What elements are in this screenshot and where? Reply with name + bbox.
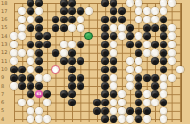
black-stone[interactable]: ● — [68, 82, 76, 90]
black-stone[interactable]: ● — [60, 16, 68, 24]
stone-glyph: ● — [11, 33, 16, 40]
stone-glyph: ● — [36, 116, 41, 123]
stone-glyph: ● — [78, 82, 83, 89]
white-stone[interactable]: ● — [143, 7, 151, 15]
white-stone[interactable]: ● — [60, 49, 68, 57]
stone-glyph: ● — [78, 58, 83, 65]
stone-glyph: ● — [36, 24, 41, 31]
white-stone[interactable]: ● — [126, 74, 134, 82]
stone-glyph: ● — [136, 8, 141, 15]
stone-glyph: ● — [152, 24, 157, 31]
stone-glyph: ● — [128, 74, 133, 81]
stone-glyph: ● — [20, 49, 25, 56]
black-stone[interactable]: ● — [60, 57, 68, 65]
stone-glyph: ● — [136, 49, 141, 56]
stone-glyph: ● — [161, 66, 166, 73]
stone-glyph: ● — [136, 91, 141, 98]
black-stone[interactable]: ● — [60, 0, 68, 7]
stone-glyph: ● — [11, 58, 16, 65]
stone-glyph: ● — [161, 41, 166, 48]
stone-glyph: ● — [161, 33, 166, 40]
black-stone[interactable]: ● — [60, 90, 68, 98]
stone-glyph: ● — [161, 49, 166, 56]
stone-glyph: ● — [78, 74, 83, 81]
stone-glyph: ● — [69, 58, 74, 65]
white-stone[interactable]: ● — [168, 24, 176, 32]
stone-glyph: ● — [28, 58, 33, 65]
stone-glyph: ● — [53, 49, 58, 56]
white-stone[interactable]: ● — [118, 24, 126, 32]
stone-glyph: ● — [36, 58, 41, 65]
stone-glyph: ● — [20, 24, 25, 31]
stone-glyph: ● — [20, 8, 25, 15]
stone-glyph: ● — [11, 74, 16, 81]
white-stone[interactable]: ● — [35, 107, 43, 115]
stone-glyph: ● — [11, 49, 16, 56]
stone-glyph: ● — [36, 8, 41, 15]
stone-glyph: ● — [11, 41, 16, 48]
white-stone[interactable]: ● — [143, 16, 151, 24]
black-stone[interactable]: ● — [35, 24, 43, 32]
stone-glyph: ● — [144, 91, 149, 98]
white-stone[interactable]: ● — [77, 24, 85, 32]
stone-glyph: ● — [94, 107, 99, 114]
white-stone[interactable]: ● — [18, 49, 26, 57]
stone-glyph: ● — [144, 41, 149, 48]
stone-glyph: ● — [152, 58, 157, 65]
stone-glyph: ● — [136, 16, 141, 23]
stone-glyph: ● — [144, 24, 149, 31]
stone-glyph: ● — [119, 91, 124, 98]
stone-glyph: ● — [36, 41, 41, 48]
black-stone[interactable]: ● — [77, 82, 85, 90]
black-stone[interactable]: ● — [101, 24, 109, 32]
stone-glyph: ● — [11, 82, 16, 89]
stone-glyph: ● — [103, 0, 108, 7]
stone-glyph: ● — [111, 116, 116, 123]
go-board[interactable]: 181716151413121110987654 ●●●●●●●●●●●●●●●… — [0, 0, 190, 124]
stone-glyph: ● — [36, 107, 41, 114]
stone-glyph: ● — [161, 24, 166, 31]
stone-glyph: ● — [152, 74, 157, 81]
stone-glyph: ● — [20, 33, 25, 40]
stone-glyph: ● — [28, 107, 33, 114]
black-stone[interactable]: ● — [151, 24, 159, 32]
stone-glyph: ● — [144, 16, 149, 23]
stone-glyph: ● — [161, 116, 166, 123]
white-stone[interactable]: ● — [143, 115, 151, 123]
stone-glyph: ● — [111, 66, 116, 73]
stone-glyph: ● — [103, 49, 108, 56]
black-stone[interactable]: ● — [151, 57, 159, 65]
black-stone[interactable]: ● — [118, 7, 126, 15]
black-stone[interactable]: ● — [93, 107, 101, 115]
row-label: 16 — [1, 17, 11, 22]
stone-glyph: ● — [69, 8, 74, 15]
white-stone[interactable]: ● — [118, 115, 126, 123]
stone-glyph: ● — [53, 66, 58, 73]
stone-glyph: ● — [94, 99, 99, 106]
stone-glyph: ● — [28, 41, 33, 48]
stone-glyph: ● — [103, 24, 108, 31]
black-stone[interactable]: ● — [18, 74, 26, 82]
stone-glyph: ● — [20, 16, 25, 23]
stone-glyph: ● — [169, 24, 174, 31]
stone-glyph: ● — [45, 41, 50, 48]
stone-glyph: ● — [144, 107, 149, 114]
white-stone[interactable]: ● — [143, 90, 151, 98]
stone-glyph: ● — [144, 33, 149, 40]
stone-glyph: ● — [111, 91, 116, 98]
black-stone[interactable]: ● — [10, 66, 18, 74]
black-stone[interactable]: ● — [135, 107, 143, 115]
white-stone[interactable]: ● — [168, 57, 176, 65]
stone-glyph: ● — [69, 66, 74, 73]
stone-glyph: ● — [36, 82, 41, 89]
black-stone[interactable]: ● — [35, 66, 43, 74]
stone-glyph: ● — [144, 99, 149, 106]
stone-glyph: ● — [86, 33, 91, 40]
stone-glyph: ● — [11, 66, 16, 73]
white-stone[interactable]: ● — [176, 66, 184, 74]
stone-glyph: ● — [20, 66, 25, 73]
black-stone[interactable]: ● — [35, 82, 43, 90]
stone-glyph: ● — [103, 99, 108, 106]
stone-glyph: ● — [69, 82, 74, 89]
move-number-label: 63 — [36, 92, 41, 96]
stone-glyph: ● — [28, 74, 33, 81]
stone-glyph: ● — [161, 58, 166, 65]
stone-glyph: ● — [161, 82, 166, 89]
white-stone[interactable]: ● — [126, 82, 134, 90]
stone-glyph: ● — [69, 41, 74, 48]
black-stone[interactable]: ● — [151, 74, 159, 82]
stone-glyph: ● — [128, 0, 133, 7]
stone-glyph: ● — [128, 82, 133, 89]
white-stone[interactable]: ● — [143, 41, 151, 49]
stone-glyph: ● — [111, 41, 116, 48]
stone-glyph: ● — [103, 41, 108, 48]
stone-glyph: ● — [128, 33, 133, 40]
row-label: 5 — [1, 108, 11, 113]
white-stone[interactable]: ● — [151, 49, 159, 57]
black-stone[interactable]: ● — [52, 24, 60, 32]
white-stone[interactable]: ● — [10, 49, 18, 57]
white-stone[interactable]: ● — [143, 49, 151, 57]
stone-glyph: ● — [28, 0, 33, 7]
stone-glyph: ● — [28, 8, 33, 15]
stone-glyph: ● — [128, 58, 133, 65]
stone-glyph: ● — [103, 33, 108, 40]
stone-glyph: ● — [28, 91, 33, 98]
white-stone[interactable]: ● — [118, 107, 126, 115]
white-stone[interactable]: ● — [168, 49, 176, 57]
stone-glyph: ● — [20, 82, 25, 89]
stone-glyph: ● — [53, 16, 58, 23]
stone-glyph: ● — [103, 66, 108, 73]
stone-glyph: ● — [28, 82, 33, 89]
stone-glyph: ● — [111, 58, 116, 65]
row-label: 15 — [1, 25, 11, 30]
white-stone[interactable]: ● — [60, 41, 68, 49]
stone-glyph: ● — [169, 33, 174, 40]
black-stone[interactable]: ● — [143, 24, 151, 32]
stone-glyph: ● — [28, 24, 33, 31]
white-stone[interactable]: ● — [160, 107, 168, 115]
stone-glyph: ● — [78, 41, 83, 48]
stone-glyph: ● — [119, 107, 124, 114]
stone-glyph: ● — [161, 16, 166, 23]
stone-glyph: ● — [78, 8, 83, 15]
stone-glyph: ● — [45, 91, 50, 98]
stone-glyph: ● — [136, 99, 141, 106]
stone-glyph: ● — [45, 33, 50, 40]
stone-glyph: ● — [61, 49, 66, 56]
black-stone[interactable]: ● — [126, 107, 134, 115]
black-stone[interactable]: ● — [35, 57, 43, 65]
stone-glyph: ● — [169, 49, 174, 56]
stone-glyph: ● — [69, 0, 74, 7]
stone-glyph: ● — [45, 74, 50, 81]
black-stone[interactable]: ● — [77, 74, 85, 82]
stone-glyph: ● — [36, 0, 41, 7]
stone-glyph: ● — [111, 107, 116, 114]
stone-glyph: ● — [111, 33, 116, 40]
stone-glyph: ● — [103, 16, 108, 23]
stone-glyph: ● — [136, 0, 141, 7]
white-stone[interactable]: ● — [168, 32, 176, 40]
stone-glyph: ● — [119, 16, 124, 23]
stone-glyph: ● — [161, 99, 166, 106]
stone-glyph: ● — [111, 49, 116, 56]
stone-glyph: ● — [28, 49, 33, 56]
black-stone[interactable]: ● — [52, 49, 60, 57]
stone-glyph: ● — [152, 41, 157, 48]
stone-glyph: ● — [36, 49, 41, 56]
black-stone[interactable]: ● — [10, 74, 18, 82]
black-stone[interactable]: ● — [77, 57, 85, 65]
stone-glyph: ● — [103, 58, 108, 65]
stone-glyph: ● — [136, 33, 141, 40]
white-stone[interactable]: ● — [168, 74, 176, 82]
stone-glyph: ● — [86, 8, 91, 15]
stone-glyph: ● — [161, 8, 166, 15]
stone-glyph: ● — [136, 116, 141, 123]
stone-glyph: ● — [20, 99, 25, 106]
stone-glyph: ● — [28, 99, 33, 106]
stone-glyph: ● — [69, 24, 74, 31]
stone-glyph: ● — [119, 33, 124, 40]
stone-glyph: ● — [69, 16, 74, 23]
black-stone[interactable]: ● — [35, 32, 43, 40]
stone-glyph: ● — [169, 74, 174, 81]
black-stone[interactable]: ● — [135, 49, 143, 57]
white-stone[interactable]: ● — [35, 7, 43, 15]
white-stone[interactable]: ● — [160, 82, 168, 90]
black-stone[interactable]: ● — [143, 74, 151, 82]
stone-glyph: ● — [128, 107, 133, 114]
white-stone[interactable]: ● — [27, 49, 35, 57]
stone-glyph: ● — [169, 41, 174, 48]
stone-glyph: ● — [111, 0, 116, 7]
stone-glyph: ● — [61, 58, 66, 65]
black-stone[interactable]: ● — [35, 0, 43, 7]
stone-glyph: ● — [161, 0, 166, 7]
stone-glyph: ● — [78, 24, 83, 31]
stone-glyph: ● — [144, 116, 149, 123]
black-stone[interactable]: ● — [68, 0, 76, 7]
black-stone[interactable]: ● — [35, 49, 43, 57]
stone-glyph: ● — [152, 91, 157, 98]
stone-glyph: ● — [61, 24, 66, 31]
black-stone[interactable]: ● — [135, 74, 143, 82]
stone-glyph: ● — [111, 74, 116, 81]
stone-glyph: ● — [144, 74, 149, 81]
white-stone[interactable]: ● — [160, 74, 168, 82]
black-stone[interactable]: ● — [126, 24, 134, 32]
stone-glyph: ● — [128, 24, 133, 31]
white-stone[interactable]: ● — [143, 99, 151, 107]
black-stone[interactable]: ● — [160, 49, 168, 57]
stone-glyph: ● — [169, 58, 174, 65]
stone-glyph: ● — [20, 74, 25, 81]
white-stone-circled[interactable]: ● — [51, 65, 60, 74]
stone-glyph: ● — [136, 41, 141, 48]
stone-glyph: ● — [111, 16, 116, 23]
black-stone[interactable]: ● — [68, 49, 76, 57]
black-stone[interactable]: ● — [143, 32, 151, 40]
white-stone[interactable]: ● — [43, 74, 51, 82]
stone-glyph: ● — [144, 49, 149, 56]
white-stone[interactable]: ● — [10, 82, 18, 90]
stone-glyph: ● — [61, 16, 66, 23]
white-stone[interactable]: ● — [10, 32, 18, 40]
stone-glyph: ● — [161, 91, 166, 98]
stone-glyph: ● — [128, 41, 133, 48]
black-stone[interactable]: ● — [68, 57, 76, 65]
white-stone[interactable]: ● — [10, 57, 18, 65]
stone-glyph: ● — [136, 107, 141, 114]
white-stone[interactable]: ● — [18, 24, 26, 32]
row-label: 6 — [1, 100, 11, 105]
stone-glyph: ● — [45, 116, 50, 123]
stone-glyph: ● — [111, 82, 116, 89]
stone-glyph: ● — [69, 91, 74, 98]
black-stone[interactable]: ● — [27, 74, 35, 82]
white-stone[interactable]: ● — [168, 41, 176, 49]
stone-glyph: ● — [111, 99, 116, 106]
row-label: 17 — [1, 9, 11, 14]
stone-glyph: ● — [103, 82, 108, 89]
stone-glyph: ● — [169, 0, 174, 7]
white-stone[interactable]: ● — [110, 74, 118, 82]
stone-glyph: ● — [28, 16, 33, 23]
black-stone[interactable]: ● — [60, 24, 68, 32]
black-stone[interactable]: ● — [151, 82, 159, 90]
stone-glyph: ● — [177, 66, 182, 73]
white-stone[interactable]: ● — [35, 115, 43, 123]
stone-glyph: ● — [28, 116, 33, 123]
stone-glyph: ● — [136, 66, 141, 73]
black-stone[interactable]: ● — [160, 57, 168, 65]
stone-glyph: ● — [61, 8, 66, 15]
black-stone[interactable]: ● — [35, 41, 43, 49]
stone-glyph: ● — [152, 99, 157, 106]
stone-glyph: ● — [161, 107, 166, 114]
black-stone[interactable]: ● — [60, 7, 68, 15]
stone-glyph: ● — [103, 74, 108, 81]
black-stone[interactable]: ● — [68, 74, 76, 82]
white-stone[interactable]: ● — [35, 74, 43, 82]
stone-glyph: ● — [36, 66, 41, 73]
black-stone[interactable]: ● — [68, 66, 76, 74]
black-stone[interactable]: ● — [101, 74, 109, 82]
stone-glyph: ● — [136, 58, 141, 65]
stone-glyph: ● — [161, 74, 166, 81]
stone-glyph: ● — [119, 24, 124, 31]
pink-last-move-stone[interactable]: 63 — [35, 90, 43, 98]
stone-glyph: ● — [69, 49, 74, 56]
white-stone[interactable]: ● — [85, 7, 93, 15]
stone-glyph: ● — [152, 82, 157, 89]
stone-glyph: ● — [36, 74, 41, 81]
stone-glyph: ● — [36, 33, 41, 40]
stone-glyph: ● — [61, 0, 66, 7]
row-label: 18 — [1, 1, 11, 6]
stone-glyph: ● — [103, 91, 108, 98]
white-stone[interactable]: ● — [68, 24, 76, 32]
black-stone[interactable]: ● — [143, 107, 151, 115]
stone-glyph: ● — [103, 116, 108, 123]
stone-glyph: ● — [28, 66, 33, 73]
stone-glyph: ● — [144, 8, 149, 15]
stone-glyph: ● — [128, 66, 133, 73]
row-label: 7 — [1, 92, 11, 97]
black-stone[interactable]: ● — [160, 24, 168, 32]
white-stone[interactable]: ● — [168, 0, 176, 7]
black-stone[interactable]: ● — [101, 107, 109, 115]
stone-glyph: ● — [152, 49, 157, 56]
stone-glyph: ● — [136, 82, 141, 89]
stone-glyph: ● — [111, 24, 116, 31]
stone-glyph: ● — [136, 74, 141, 81]
stone-glyph: ● — [61, 41, 66, 48]
stone-glyph: ● — [36, 16, 41, 23]
stone-glyph: ● — [45, 99, 50, 106]
white-stone[interactable]: ● — [118, 32, 126, 40]
white-stone[interactable]: ● — [110, 49, 118, 57]
stone-glyph: ● — [78, 16, 83, 23]
stone-glyph: ● — [119, 8, 124, 15]
stone-glyph: ● — [119, 116, 124, 123]
stone-glyph: ● — [61, 91, 66, 98]
stone-glyph: ● — [103, 107, 108, 114]
stone-glyph: ● — [53, 24, 58, 31]
stone-glyph: ● — [152, 16, 157, 23]
black-stone[interactable]: ● — [101, 49, 109, 57]
stone-glyph: ● — [119, 99, 124, 106]
stone-glyph: ● — [111, 8, 116, 15]
white-stone[interactable]: ● — [118, 90, 126, 98]
stone-glyph: ● — [69, 74, 74, 81]
stone-glyph: ● — [152, 8, 157, 15]
stone-glyph: ● — [128, 116, 133, 123]
row-label: 4 — [1, 117, 11, 122]
stone-glyph: ● — [69, 99, 74, 106]
